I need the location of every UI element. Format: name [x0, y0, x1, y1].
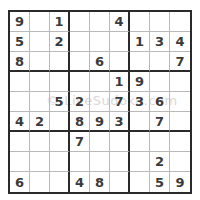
cell-r1c2[interactable]	[30, 12, 50, 32]
cell-r7c7[interactable]	[130, 132, 150, 152]
cell-r9c2[interactable]	[30, 172, 50, 192]
cell-r1c1[interactable]: 9	[10, 12, 30, 32]
cell-r5c7[interactable]: 3	[130, 92, 150, 112]
cell-r8c3[interactable]	[50, 152, 70, 172]
cell-r5c4[interactable]: 2	[70, 92, 90, 112]
cell-r4c6[interactable]: 1	[110, 72, 130, 92]
cell-r7c9[interactable]	[170, 132, 190, 152]
cell-r1c4[interactable]	[70, 12, 90, 32]
cell-r6c2[interactable]: 2	[30, 112, 50, 132]
cell-r7c3[interactable]	[50, 132, 70, 152]
cell-r1c9[interactable]	[170, 12, 190, 32]
cell-r5c1[interactable]	[10, 92, 30, 112]
cell-r6c1[interactable]: 4	[10, 112, 30, 132]
cell-r7c1[interactable]	[10, 132, 30, 152]
cell-r8c5[interactable]	[90, 152, 110, 172]
cell-r3c7[interactable]	[130, 52, 150, 72]
cell-r9c9[interactable]: 9	[170, 172, 190, 192]
cell-r7c2[interactable]	[30, 132, 50, 152]
cell-r6c8[interactable]: 7	[150, 112, 170, 132]
cell-r4c4[interactable]	[70, 72, 90, 92]
cell-r5c8[interactable]: 6	[150, 92, 170, 112]
cell-r7c8[interactable]	[150, 132, 170, 152]
cell-r1c7[interactable]	[130, 12, 150, 32]
cell-r3c1[interactable]: 8	[10, 52, 30, 72]
cell-r5c9[interactable]	[170, 92, 190, 112]
cell-r8c4[interactable]	[70, 152, 90, 172]
cell-r6c6[interactable]: 3	[110, 112, 130, 132]
cell-r7c6[interactable]	[110, 132, 130, 152]
cell-r8c2[interactable]	[30, 152, 50, 172]
cell-r9c5[interactable]: 8	[90, 172, 110, 192]
cell-r4c8[interactable]	[150, 72, 170, 92]
cell-r2c2[interactable]	[30, 32, 50, 52]
cell-r1c3[interactable]: 1	[50, 12, 70, 32]
cell-r2c8[interactable]: 3	[150, 32, 170, 52]
cell-r6c4[interactable]: 8	[70, 112, 90, 132]
cell-r3c5[interactable]: 6	[90, 52, 110, 72]
cell-r9c6[interactable]	[110, 172, 130, 192]
cell-r5c2[interactable]	[30, 92, 50, 112]
cell-r3c3[interactable]	[50, 52, 70, 72]
cell-r6c7[interactable]	[130, 112, 150, 132]
cell-r9c7[interactable]	[130, 172, 150, 192]
cell-r5c6[interactable]: 7	[110, 92, 130, 112]
cell-r1c5[interactable]	[90, 12, 110, 32]
cell-r9c4[interactable]: 4	[70, 172, 90, 192]
cell-r3c2[interactable]	[30, 52, 50, 72]
cell-r7c5[interactable]	[90, 132, 110, 152]
cell-r1c6[interactable]: 4	[110, 12, 130, 32]
cell-r9c3[interactable]	[50, 172, 70, 192]
cell-r9c8[interactable]: 5	[150, 172, 170, 192]
cell-r2c6[interactable]	[110, 32, 130, 52]
cell-r6c5[interactable]: 9	[90, 112, 110, 132]
cell-r4c9[interactable]	[170, 72, 190, 92]
cell-r8c9[interactable]	[170, 152, 190, 172]
sudoku-page: © LiveSudoku.com 91452134867195273642893…	[0, 0, 200, 200]
cell-r6c9[interactable]	[170, 112, 190, 132]
cell-r7c4[interactable]: 7	[70, 132, 90, 152]
cell-r4c3[interactable]	[50, 72, 70, 92]
cell-r3c4[interactable]	[70, 52, 90, 72]
cell-r3c9[interactable]: 7	[170, 52, 190, 72]
cell-r2c9[interactable]: 4	[170, 32, 190, 52]
cell-r8c7[interactable]	[130, 152, 150, 172]
cell-r4c7[interactable]: 9	[130, 72, 150, 92]
sudoku-board: 9145213486719527364289377264859	[8, 10, 192, 194]
cell-r2c5[interactable]	[90, 32, 110, 52]
cell-r6c3[interactable]	[50, 112, 70, 132]
cell-r1c8[interactable]	[150, 12, 170, 32]
cell-r9c1[interactable]: 6	[10, 172, 30, 192]
cell-r2c3[interactable]: 2	[50, 32, 70, 52]
cell-r2c7[interactable]: 1	[130, 32, 150, 52]
cell-r2c4[interactable]	[70, 32, 90, 52]
cell-r4c1[interactable]	[10, 72, 30, 92]
cell-r2c1[interactable]: 5	[10, 32, 30, 52]
cell-r5c3[interactable]: 5	[50, 92, 70, 112]
cell-r3c8[interactable]	[150, 52, 170, 72]
cell-r3c6[interactable]	[110, 52, 130, 72]
cell-r4c5[interactable]	[90, 72, 110, 92]
cell-r4c2[interactable]	[30, 72, 50, 92]
cell-r8c8[interactable]: 2	[150, 152, 170, 172]
cell-r5c5[interactable]	[90, 92, 110, 112]
cell-r8c6[interactable]	[110, 152, 130, 172]
cell-r8c1[interactable]	[10, 152, 30, 172]
